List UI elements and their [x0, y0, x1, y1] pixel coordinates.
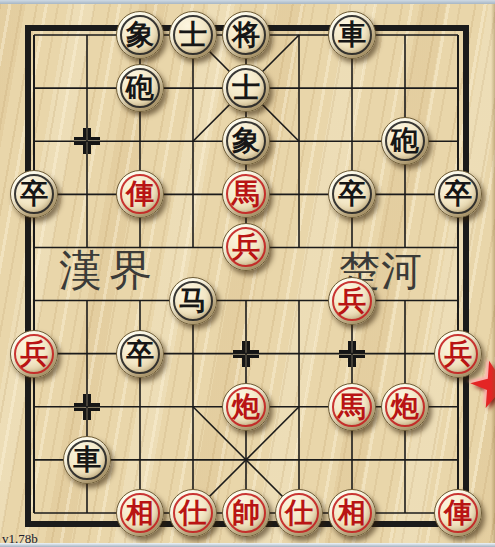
piece-glyph: 士	[232, 65, 260, 111]
piece-red-cannon[interactable]: 炮	[381, 383, 429, 431]
piece-glyph: 卒	[126, 331, 154, 377]
piece-black-elephant[interactable]: 象	[116, 11, 164, 59]
piece-glyph: 相	[126, 490, 154, 536]
piece-glyph: 馬	[232, 171, 260, 217]
piece-glyph: 車	[338, 12, 366, 58]
piece-glyph: 炮	[391, 384, 419, 430]
piece-black-general[interactable]: 将	[222, 11, 270, 59]
piece-glyph: 仕	[285, 490, 313, 536]
piece-glyph: 馬	[338, 384, 366, 430]
piece-black-soldier[interactable]: 卒	[10, 170, 58, 218]
piece-black-rook[interactable]: 車	[63, 436, 111, 484]
piece-glyph: 炮	[232, 384, 260, 430]
piece-black-elephant[interactable]: 象	[222, 117, 270, 165]
piece-glyph: 仕	[179, 490, 207, 536]
piece-glyph: 将	[232, 12, 260, 58]
piece-black-soldier[interactable]: 卒	[328, 170, 376, 218]
piece-glyph: 马	[179, 278, 207, 324]
piece-glyph: 兵	[338, 278, 366, 324]
piece-glyph: 帥	[232, 490, 260, 536]
piece-black-cannon[interactable]: 砲	[116, 64, 164, 112]
piece-black-rook[interactable]: 車	[328, 11, 376, 59]
piece-red-elephant[interactable]: 相	[116, 489, 164, 537]
piece-red-general[interactable]: 帥	[222, 489, 270, 537]
point-marker	[233, 341, 259, 367]
piece-red-advisor[interactable]: 仕	[275, 489, 323, 537]
piece-glyph: 象	[232, 118, 260, 164]
piece-glyph: 砲	[391, 118, 419, 164]
river-label-left: 漢界	[59, 248, 159, 294]
piece-red-soldier[interactable]: 兵	[10, 330, 58, 378]
piece-red-soldier[interactable]: 兵	[434, 330, 482, 378]
piece-glyph: 象	[126, 12, 154, 58]
piece-glyph: 砲	[126, 65, 154, 111]
piece-red-horse[interactable]: 馬	[222, 170, 270, 218]
piece-black-advisor[interactable]: 士	[169, 11, 217, 59]
piece-red-horse[interactable]: 馬	[328, 383, 376, 431]
piece-black-soldier[interactable]: 卒	[434, 170, 482, 218]
board-right-shading	[491, 0, 495, 547]
piece-glyph: 士	[179, 12, 207, 58]
xiangqi-app-window: 漢界 楚河 象士将車砲士象砲卒俥馬卒卒兵马兵兵卒兵炮馬炮車相仕帥仕相俥 ★ v1…	[0, 0, 495, 547]
piece-glyph: 相	[338, 490, 366, 536]
piece-red-elephant[interactable]: 相	[328, 489, 376, 537]
window-top-edge	[0, 0, 495, 4]
piece-red-advisor[interactable]: 仕	[169, 489, 217, 537]
piece-black-advisor[interactable]: 士	[222, 64, 270, 112]
piece-black-horse[interactable]: 马	[169, 277, 217, 325]
piece-red-rook[interactable]: 俥	[116, 170, 164, 218]
window-bottom-edge	[0, 543, 495, 547]
piece-glyph: 俥	[444, 490, 472, 536]
version-label: v1.78b	[2, 531, 38, 547]
piece-glyph: 兵	[20, 331, 48, 377]
piece-black-cannon[interactable]: 砲	[381, 117, 429, 165]
piece-glyph: 俥	[126, 171, 154, 217]
piece-glyph: 兵	[232, 224, 260, 270]
piece-red-soldier[interactable]: 兵	[328, 277, 376, 325]
piece-glyph: 車	[73, 437, 101, 483]
piece-glyph: 卒	[20, 171, 48, 217]
piece-glyph: 兵	[444, 331, 472, 377]
piece-red-soldier[interactable]: 兵	[222, 223, 270, 271]
piece-glyph: 卒	[444, 171, 472, 217]
point-marker	[74, 128, 100, 154]
point-marker	[74, 394, 100, 420]
piece-red-rook[interactable]: 俥	[434, 489, 482, 537]
point-marker	[339, 341, 365, 367]
piece-red-cannon[interactable]: 炮	[222, 383, 270, 431]
piece-black-soldier[interactable]: 卒	[116, 330, 164, 378]
piece-glyph: 卒	[338, 171, 366, 217]
